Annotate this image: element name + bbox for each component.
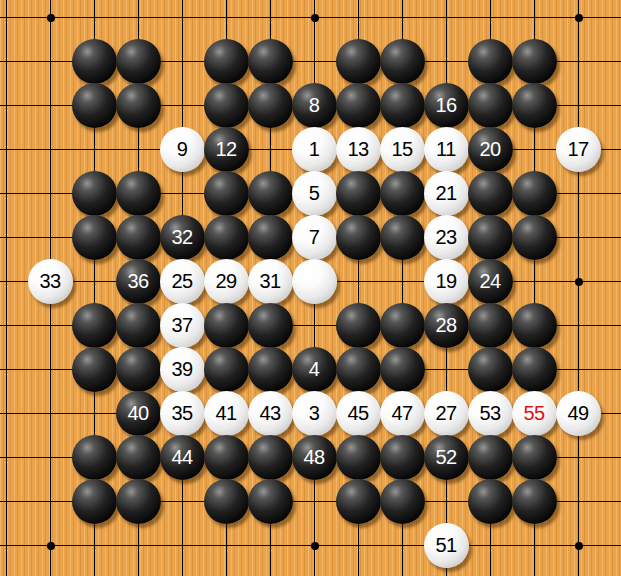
black-stone <box>512 435 557 480</box>
black-stone <box>336 435 381 480</box>
black-stone: 36 <box>116 259 161 304</box>
move-number: 52 <box>435 447 456 467</box>
black-stone <box>336 347 381 392</box>
move-number: 43 <box>259 403 280 423</box>
black-stone <box>380 347 425 392</box>
white-stone: 21 <box>424 171 469 216</box>
move-number: 1 <box>309 139 320 159</box>
move-number: 23 <box>435 227 456 247</box>
move-number: 8 <box>309 95 320 115</box>
black-stone <box>512 303 557 348</box>
black-stone: 20 <box>468 127 513 172</box>
move-number: 12 <box>215 139 236 159</box>
move-number: 20 <box>479 139 500 159</box>
move-number: 47 <box>391 403 412 423</box>
black-stone <box>204 171 249 216</box>
black-stone <box>248 215 293 260</box>
move-number: 16 <box>435 95 456 115</box>
black-stone <box>512 171 557 216</box>
black-stone <box>248 83 293 128</box>
black-stone <box>204 39 249 84</box>
black-stone <box>248 171 293 216</box>
white-stone: 9 <box>160 127 205 172</box>
white-stone: 11 <box>424 127 469 172</box>
black-stone <box>468 435 513 480</box>
white-stone: 27 <box>424 391 469 436</box>
move-number: 27 <box>435 403 456 423</box>
white-stone: 23 <box>424 215 469 260</box>
white-stone: 3 <box>292 391 337 436</box>
move-number: 21 <box>435 183 456 203</box>
black-stone <box>204 435 249 480</box>
white-stone: 19 <box>424 259 469 304</box>
black-stone <box>380 83 425 128</box>
black-stone: 4 <box>292 347 337 392</box>
white-stone: 43 <box>248 391 293 436</box>
black-stone <box>72 347 117 392</box>
black-stone <box>248 479 293 524</box>
black-stone <box>116 347 161 392</box>
move-number: 49 <box>567 403 588 423</box>
white-stone: 41 <box>204 391 249 436</box>
black-stone <box>336 171 381 216</box>
move-number: 36 <box>127 271 148 291</box>
black-stone <box>72 479 117 524</box>
black-stone <box>204 83 249 128</box>
black-stone <box>468 347 513 392</box>
black-stone <box>116 303 161 348</box>
black-stone <box>72 303 117 348</box>
white-stone: 25 <box>160 259 205 304</box>
move-number: 5 <box>309 183 320 203</box>
move-number: 40 <box>127 403 148 423</box>
black-stone <box>512 83 557 128</box>
white-stone: 29 <box>204 259 249 304</box>
move-number: 55 <box>523 403 544 423</box>
black-stone <box>336 39 381 84</box>
black-stone <box>248 435 293 480</box>
black-stone: 40 <box>116 391 161 436</box>
white-stone: 47 <box>380 391 425 436</box>
move-number: 9 <box>177 139 188 159</box>
go-board[interactable]: 8169121131511201752132723333625293119243… <box>0 0 621 576</box>
move-number: 39 <box>171 359 192 379</box>
black-stone <box>336 215 381 260</box>
black-stone <box>72 435 117 480</box>
white-stone: 37 <box>160 303 205 348</box>
move-number: 13 <box>347 139 368 159</box>
black-stone <box>72 83 117 128</box>
black-stone <box>116 39 161 84</box>
white-stone: 17 <box>556 127 601 172</box>
black-stone <box>380 435 425 480</box>
white-stone: 1 <box>292 127 337 172</box>
move-number: 53 <box>479 403 500 423</box>
black-stone: 28 <box>424 303 469 348</box>
black-stone <box>468 83 513 128</box>
black-stone <box>336 303 381 348</box>
black-stone: 32 <box>160 215 205 260</box>
black-stone <box>248 303 293 348</box>
white-stone: 13 <box>336 127 381 172</box>
black-stone <box>248 347 293 392</box>
black-stone <box>512 347 557 392</box>
move-number: 48 <box>303 447 324 467</box>
black-stone <box>468 479 513 524</box>
move-number: 51 <box>435 535 456 555</box>
black-stone <box>116 479 161 524</box>
move-number: 24 <box>479 271 500 291</box>
black-stone <box>72 171 117 216</box>
black-stone: 12 <box>204 127 249 172</box>
white-stone: 35 <box>160 391 205 436</box>
move-number: 3 <box>309 403 320 423</box>
white-stone: 15 <box>380 127 425 172</box>
move-number: 33 <box>39 271 60 291</box>
move-number: 45 <box>347 403 368 423</box>
white-stone: 51 <box>424 523 469 568</box>
black-stone: 24 <box>468 259 513 304</box>
black-stone <box>248 39 293 84</box>
black-stone <box>204 303 249 348</box>
black-stone: 8 <box>292 83 337 128</box>
move-number: 7 <box>309 227 320 247</box>
white-stone: 31 <box>248 259 293 304</box>
black-stone <box>512 39 557 84</box>
move-number: 44 <box>171 447 192 467</box>
black-stone <box>72 39 117 84</box>
white-stone: 45 <box>336 391 381 436</box>
move-number: 4 <box>309 359 320 379</box>
move-number: 31 <box>259 271 280 291</box>
move-number: 25 <box>171 271 192 291</box>
white-stone: 53 <box>468 391 513 436</box>
move-number: 11 <box>436 139 456 159</box>
black-stone <box>204 479 249 524</box>
white-stone: 7 <box>292 215 337 260</box>
move-number: 37 <box>171 315 192 335</box>
black-stone <box>380 479 425 524</box>
black-stone <box>512 479 557 524</box>
white-stone: 5 <box>292 171 337 216</box>
black-stone <box>468 215 513 260</box>
stones-layer: 8169121131511201752132723333625293119243… <box>0 0 621 576</box>
white-stone: 39 <box>160 347 205 392</box>
black-stone: 48 <box>292 435 337 480</box>
black-stone <box>380 303 425 348</box>
black-stone <box>204 215 249 260</box>
black-stone <box>116 171 161 216</box>
black-stone <box>468 171 513 216</box>
move-number: 19 <box>435 271 456 291</box>
black-stone: 52 <box>424 435 469 480</box>
black-stone <box>380 215 425 260</box>
black-stone <box>204 347 249 392</box>
move-number: 29 <box>215 271 236 291</box>
black-stone <box>512 215 557 260</box>
white-stone: 49 <box>556 391 601 436</box>
black-stone <box>336 83 381 128</box>
black-stone <box>116 215 161 260</box>
black-stone <box>116 435 161 480</box>
move-number: 35 <box>171 403 192 423</box>
move-number: 32 <box>171 227 192 247</box>
move-number: 17 <box>567 139 588 159</box>
black-stone <box>468 303 513 348</box>
move-number: 28 <box>435 315 456 335</box>
black-stone <box>380 171 425 216</box>
black-stone <box>380 39 425 84</box>
move-number: 41 <box>215 403 236 423</box>
black-stone: 44 <box>160 435 205 480</box>
white-stone: 33 <box>28 259 73 304</box>
white-stone: 55 <box>512 391 557 436</box>
move-number: 15 <box>391 139 412 159</box>
white-stone <box>292 259 337 304</box>
black-stone <box>116 83 161 128</box>
black-stone <box>336 479 381 524</box>
black-stone <box>468 39 513 84</box>
black-stone: 16 <box>424 83 469 128</box>
black-stone <box>72 215 117 260</box>
